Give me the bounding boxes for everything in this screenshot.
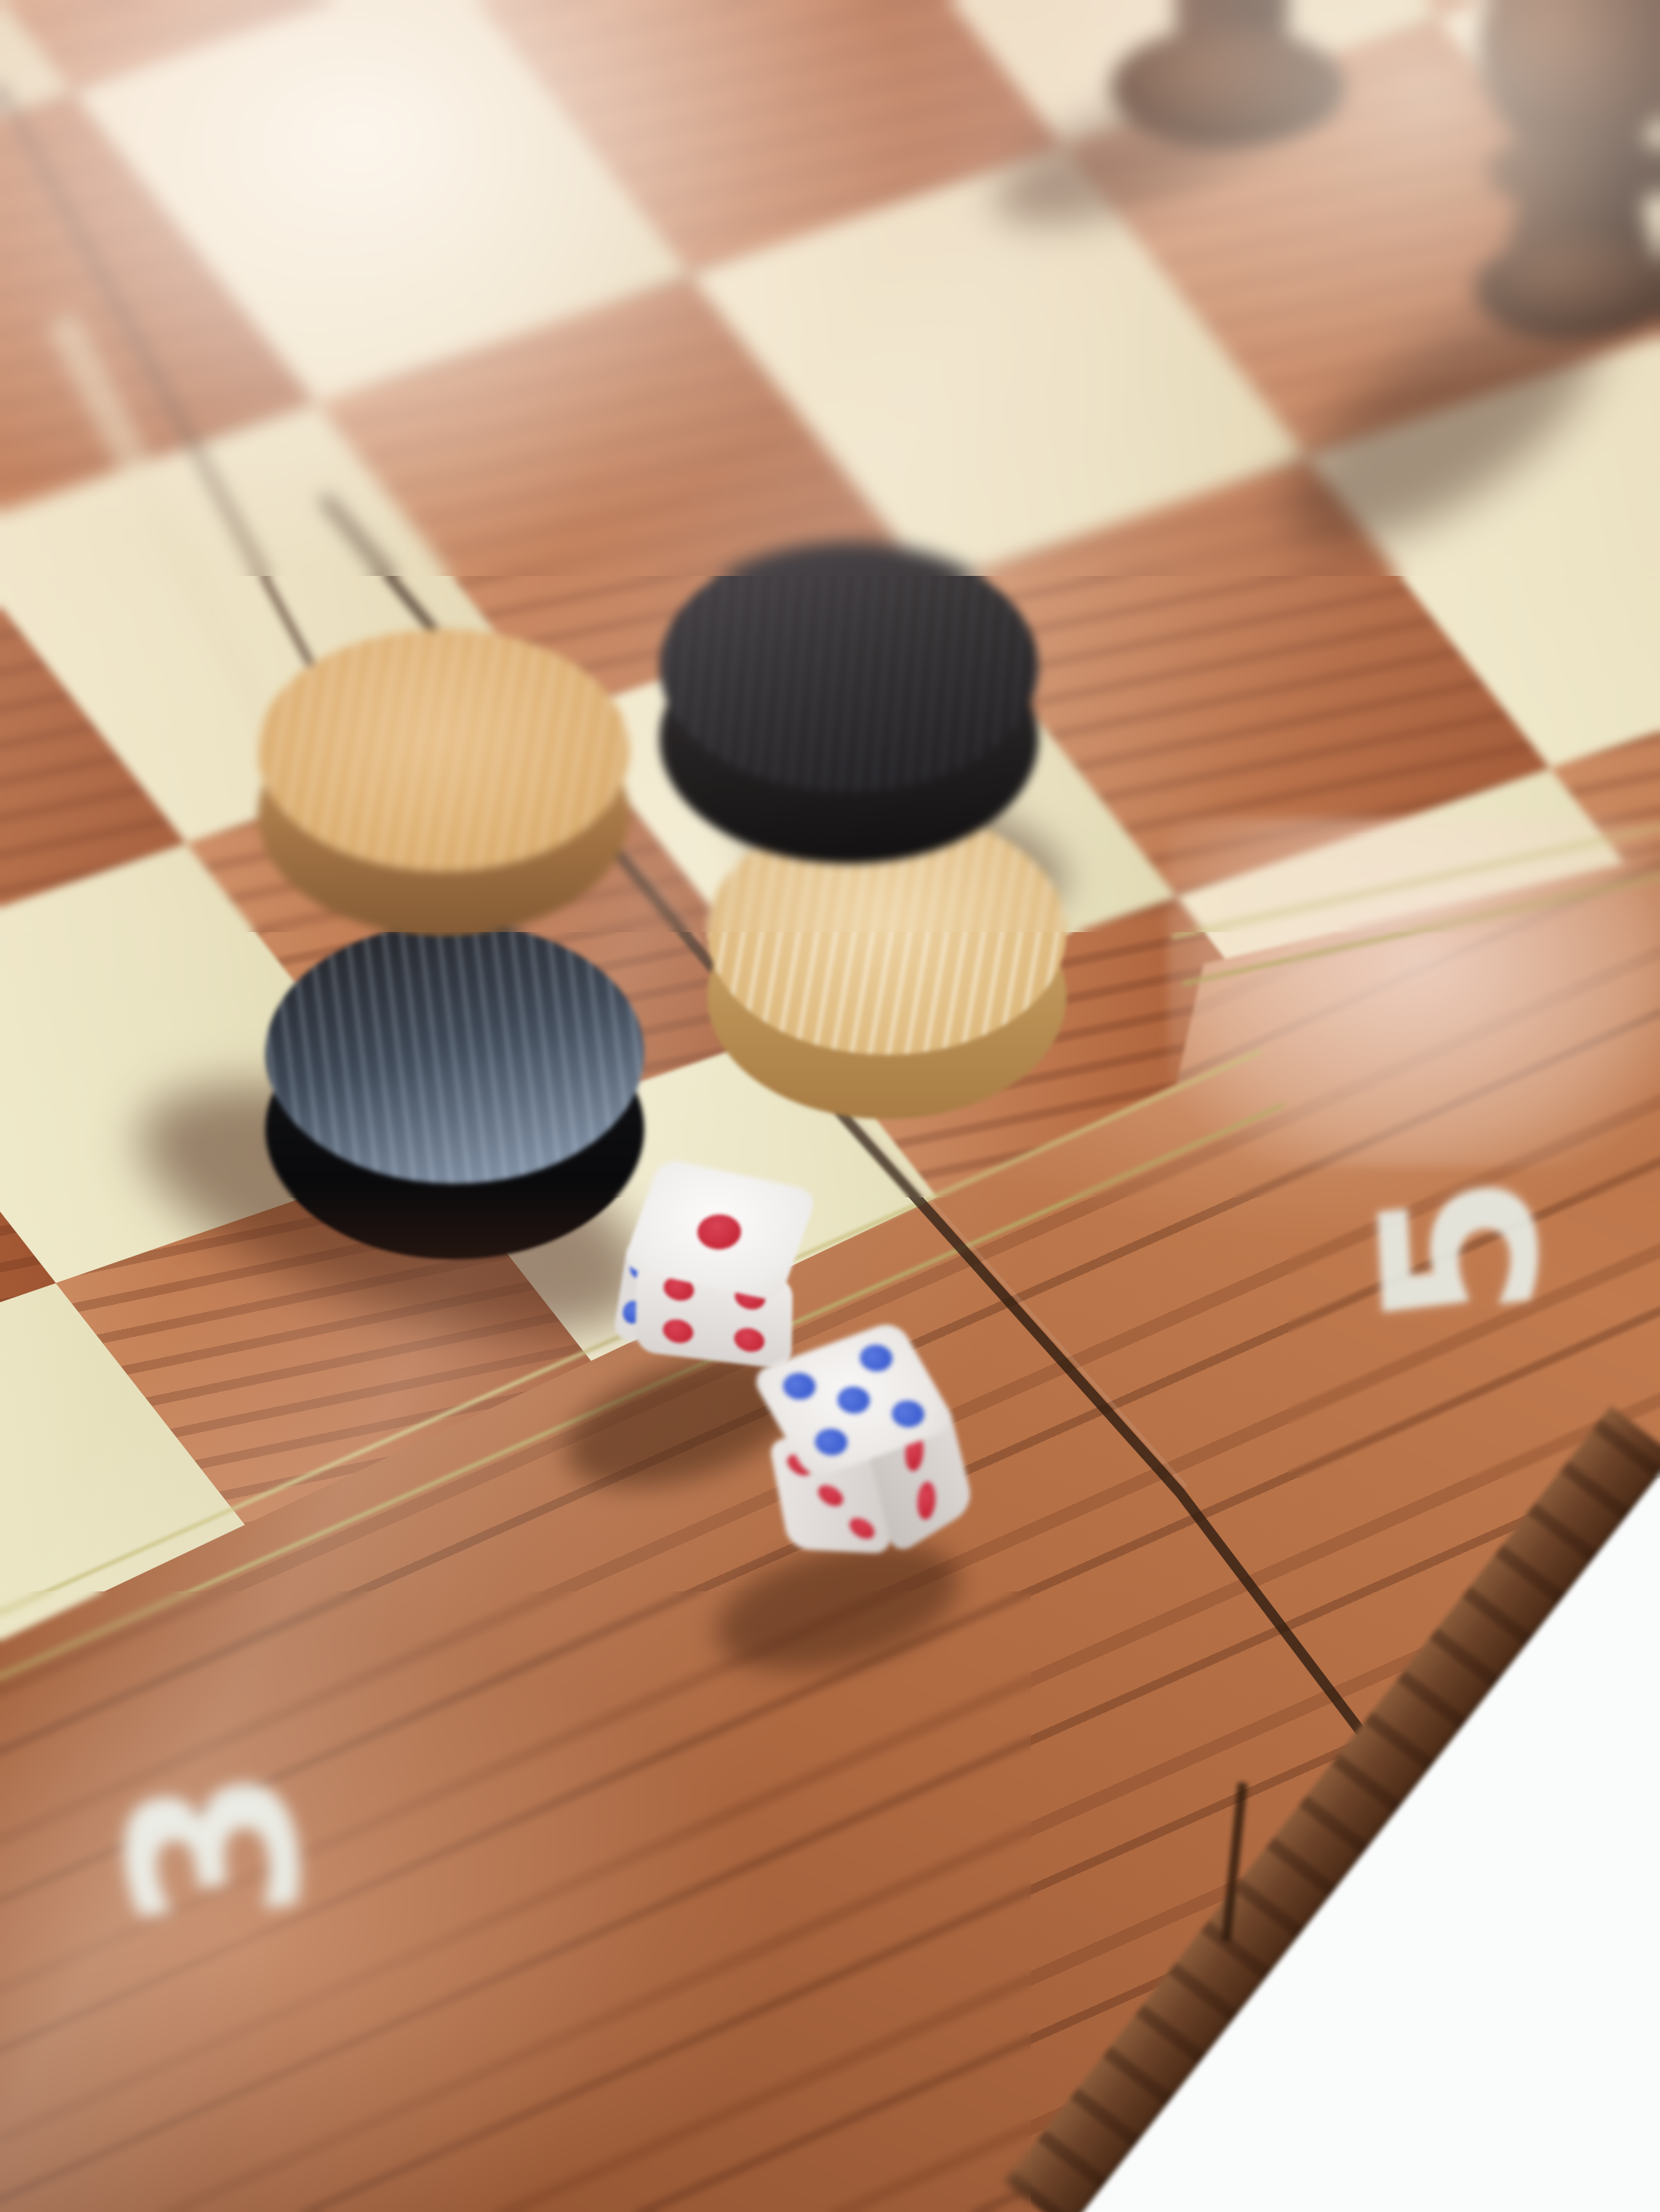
- red-pip: [662, 1318, 694, 1345]
- chess-piece-corner[interactable]: [1455, 0, 1660, 440]
- blue-pip: [887, 1397, 930, 1431]
- checker-dark-upper-right[interactable]: [659, 542, 1038, 864]
- blue-pip: [778, 1369, 821, 1403]
- checker-face: [258, 629, 629, 871]
- checker-face: [659, 542, 1038, 792]
- red-pip: [846, 1513, 878, 1543]
- red-pip: [692, 1210, 746, 1253]
- red-pip: [917, 1479, 936, 1522]
- red-pip: [815, 1481, 847, 1510]
- board-photo-scene: 3 5: [0, 0, 1660, 2212]
- checker-dark-lower-left[interactable]: [265, 923, 644, 1259]
- checker-face: [265, 923, 644, 1184]
- blue-pip: [854, 1341, 897, 1375]
- piece-base: [1474, 235, 1660, 341]
- chess-pawn-offboard[interactable]: [1103, 0, 1353, 178]
- die-red-one[interactable]: [622, 1169, 822, 1375]
- pawn-base: [1110, 27, 1345, 148]
- blue-pip: [810, 1425, 853, 1460]
- blue-pip: [832, 1382, 875, 1417]
- checker-light-upper-left[interactable]: [258, 629, 629, 936]
- red-pip: [734, 1326, 766, 1353]
